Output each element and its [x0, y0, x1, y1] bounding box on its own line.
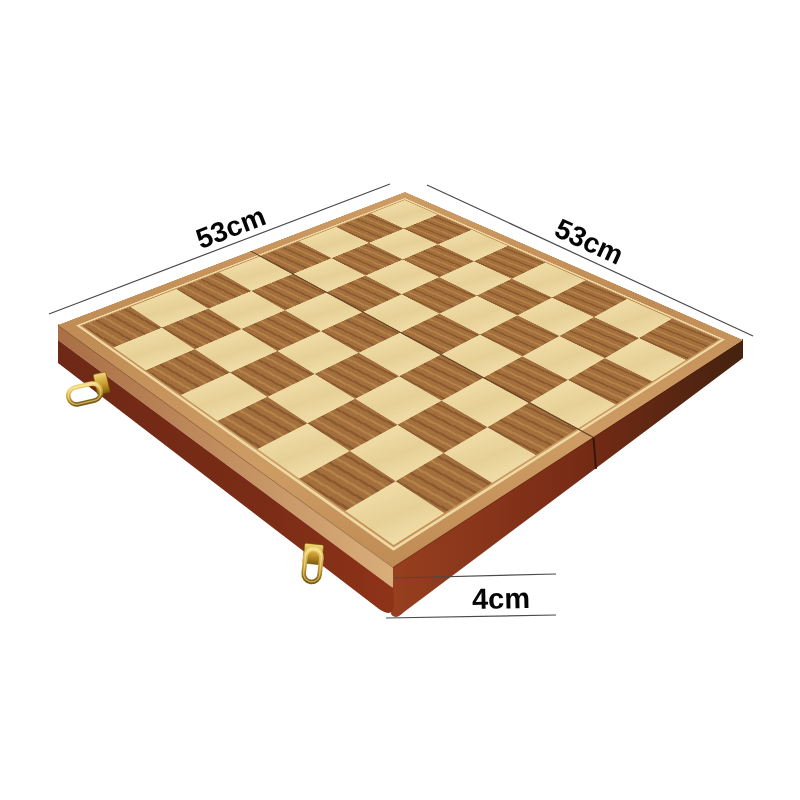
dimension-line-thickness-top [394, 574, 556, 578]
product-photo: 53cm 53cm 4cm [0, 0, 800, 800]
dimension-line-thickness-bottom [386, 615, 556, 618]
brass-clasp-icon [65, 372, 112, 406]
dimension-line-width [49, 184, 390, 314]
brass-clasp-icon [301, 543, 324, 583]
hardware-and-annotations [0, 0, 800, 800]
dimension-label-thickness: 4cm [472, 584, 531, 614]
dimension-line-depth [427, 185, 753, 336]
